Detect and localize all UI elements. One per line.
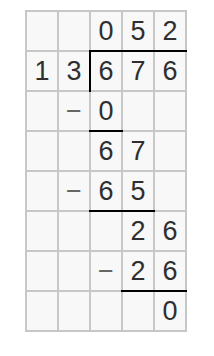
cell-r1c3-digit: 0 (91, 12, 121, 50)
division-bar (153, 50, 187, 52)
cell-r8c1-empty (27, 292, 57, 330)
cell-r6c5-digit: 6 (155, 212, 185, 250)
cell-r3c2-minus-sign: − (59, 92, 89, 130)
subtraction-underline-2 (89, 210, 123, 212)
subtraction-underline-3 (121, 290, 155, 292)
cell-r7c1-empty (27, 252, 57, 290)
cell-r6c1-empty (27, 212, 57, 250)
cell-r3c4-empty (123, 92, 153, 130)
cell-r7c5-digit: 6 (155, 252, 185, 290)
cell-r6c3-empty (91, 212, 121, 250)
cell-r6c4-digit: 2 (123, 212, 153, 250)
cell-r4c1-empty (27, 132, 57, 170)
cell-r4c4-digit: 7 (123, 132, 153, 170)
cell-r5c2-minus-sign: − (59, 172, 89, 210)
cell-r1c4-digit: 5 (123, 12, 153, 50)
cell-r8c4-empty (123, 292, 153, 330)
cell-r6c2-empty (59, 212, 89, 250)
cell-r2c3-digit: 6 (91, 52, 121, 90)
cell-r2c2-digit: 3 (59, 52, 89, 90)
cell-r5c3-digit: 6 (91, 172, 121, 210)
cell-r5c1-empty (27, 172, 57, 210)
long-division-worksheet: 05213676−067−6526−260 (0, 0, 214, 356)
cell-r8c2-empty (59, 292, 89, 330)
cell-r4c3-digit: 6 (91, 132, 121, 170)
cell-r1c1-empty (27, 12, 57, 50)
cell-r5c5-empty (155, 172, 185, 210)
cell-r3c1-empty (27, 92, 57, 130)
long-division-grid: 05213676−067−6526−260 (25, 10, 187, 332)
division-bar (89, 50, 123, 52)
subtraction-underline-3 (153, 290, 187, 292)
cell-r7c4-digit: 2 (123, 252, 153, 290)
cell-r1c2-empty (59, 12, 89, 50)
cell-r4c5-empty (155, 132, 185, 170)
cell-r7c2-empty (59, 252, 89, 290)
cell-r4c2-empty (59, 132, 89, 170)
cell-r3c5-empty (155, 92, 185, 130)
division-bar (121, 50, 155, 52)
subtraction-underline-1 (89, 130, 123, 132)
divisor-separator (89, 50, 91, 92)
cell-r8c3-empty (91, 292, 121, 330)
subtraction-underline-2 (121, 210, 155, 212)
cell-r2c1-digit: 1 (27, 52, 57, 90)
cell-r2c4-digit: 7 (123, 52, 153, 90)
cell-r3c3-digit: 0 (91, 92, 121, 130)
cell-r7c3-minus-sign: − (91, 252, 121, 290)
cell-r5c4-digit: 5 (123, 172, 153, 210)
cell-r1c5-digit: 2 (155, 12, 185, 50)
cell-r2c5-digit: 6 (155, 52, 185, 90)
cell-r8c5-digit: 0 (155, 292, 185, 330)
